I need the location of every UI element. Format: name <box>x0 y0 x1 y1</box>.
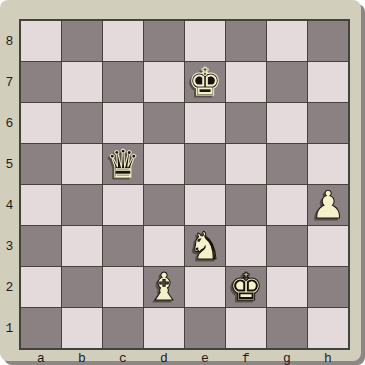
rank-label-1: 1 <box>0 308 19 348</box>
square-h3[interactable] <box>308 226 348 266</box>
square-g4[interactable] <box>267 185 307 225</box>
square-b4[interactable] <box>62 185 102 225</box>
file-label-c: c <box>103 351 143 365</box>
square-h7[interactable] <box>308 62 348 102</box>
square-c8[interactable] <box>103 21 143 61</box>
black-king-piece[interactable]: ♚ <box>188 62 222 102</box>
square-h8[interactable] <box>308 21 348 61</box>
square-h6[interactable] <box>308 103 348 143</box>
square-b6[interactable] <box>62 103 102 143</box>
chess-board[interactable]: ♚♛♟♞♝♚ <box>19 19 350 350</box>
rank-label-4: 4 <box>0 185 19 225</box>
file-label-g: g <box>267 351 307 365</box>
file-label-e: e <box>185 351 225 365</box>
square-e8[interactable] <box>185 21 225 61</box>
rank-label-2: 2 <box>0 267 19 307</box>
square-g1[interactable] <box>267 308 307 348</box>
square-d3[interactable] <box>144 226 184 266</box>
square-d4[interactable] <box>144 185 184 225</box>
square-b8[interactable] <box>62 21 102 61</box>
square-c6[interactable] <box>103 103 143 143</box>
square-h5[interactable] <box>308 144 348 184</box>
square-a3[interactable] <box>21 226 61 266</box>
square-f6[interactable] <box>226 103 266 143</box>
square-b3[interactable] <box>62 226 102 266</box>
square-d5[interactable] <box>144 144 184 184</box>
file-label-d: d <box>144 351 184 365</box>
square-e1[interactable] <box>185 308 225 348</box>
square-e3[interactable]: ♞ <box>185 226 225 266</box>
square-f8[interactable] <box>226 21 266 61</box>
square-e7[interactable]: ♚ <box>185 62 225 102</box>
square-d2[interactable]: ♝ <box>144 267 184 307</box>
square-g3[interactable] <box>267 226 307 266</box>
rank-label-3: 3 <box>0 226 19 266</box>
square-e6[interactable] <box>185 103 225 143</box>
white-bishop-piece[interactable]: ♝ <box>147 267 181 307</box>
square-g2[interactable] <box>267 267 307 307</box>
black-queen-piece[interactable]: ♛ <box>106 144 140 184</box>
file-label-h: h <box>308 351 348 365</box>
square-d6[interactable] <box>144 103 184 143</box>
square-c4[interactable] <box>103 185 143 225</box>
square-a5[interactable] <box>21 144 61 184</box>
square-d7[interactable] <box>144 62 184 102</box>
square-f1[interactable] <box>226 308 266 348</box>
square-d1[interactable] <box>144 308 184 348</box>
square-b2[interactable] <box>62 267 102 307</box>
rank-label-6: 6 <box>0 103 19 143</box>
square-b1[interactable] <box>62 308 102 348</box>
square-h4[interactable]: ♟ <box>308 185 348 225</box>
square-f3[interactable] <box>226 226 266 266</box>
square-a2[interactable] <box>21 267 61 307</box>
square-f2[interactable]: ♚ <box>226 267 266 307</box>
square-d8[interactable] <box>144 21 184 61</box>
square-f5[interactable] <box>226 144 266 184</box>
square-h2[interactable] <box>308 267 348 307</box>
square-e5[interactable] <box>185 144 225 184</box>
white-pawn-piece[interactable]: ♟ <box>311 185 345 225</box>
square-g7[interactable] <box>267 62 307 102</box>
square-b5[interactable] <box>62 144 102 184</box>
white-knight-piece[interactable]: ♞ <box>188 226 222 266</box>
rank-label-8: 8 <box>0 21 19 61</box>
chess-diagram-window: 87654321 ♚♛♟♞♝♚ abcdefgh <box>0 0 365 365</box>
square-f7[interactable] <box>226 62 266 102</box>
square-c2[interactable] <box>103 267 143 307</box>
white-king-piece[interactable]: ♚ <box>229 267 263 307</box>
square-h1[interactable] <box>308 308 348 348</box>
square-a4[interactable] <box>21 185 61 225</box>
square-g8[interactable] <box>267 21 307 61</box>
square-b7[interactable] <box>62 62 102 102</box>
square-e4[interactable] <box>185 185 225 225</box>
file-label-a: a <box>21 351 61 365</box>
square-c1[interactable] <box>103 308 143 348</box>
square-a1[interactable] <box>21 308 61 348</box>
file-label-b: b <box>62 351 102 365</box>
square-g6[interactable] <box>267 103 307 143</box>
square-c3[interactable] <box>103 226 143 266</box>
file-label-f: f <box>226 351 266 365</box>
square-c7[interactable] <box>103 62 143 102</box>
rank-label-7: 7 <box>0 62 19 102</box>
square-c5[interactable]: ♛ <box>103 144 143 184</box>
square-a8[interactable] <box>21 21 61 61</box>
square-a6[interactable] <box>21 103 61 143</box>
square-f4[interactable] <box>226 185 266 225</box>
rank-label-5: 5 <box>0 144 19 184</box>
square-a7[interactable] <box>21 62 61 102</box>
square-g5[interactable] <box>267 144 307 184</box>
square-e2[interactable] <box>185 267 225 307</box>
